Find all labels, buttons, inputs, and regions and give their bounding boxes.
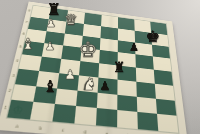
black-rook-f4[interactable]: ♜ bbox=[113, 60, 126, 74]
black-bishop-b3[interactable]: ♝ bbox=[43, 79, 57, 95]
white-pawn-c4[interactable]: ♟ bbox=[64, 68, 76, 81]
white-pawn-b7[interactable]: ♟ bbox=[46, 18, 56, 29]
photo-background: abcdefgh 87654321 ♔ ♜♟♛♝♟♚♟♚♜♟♞♟♝ bbox=[0, 0, 200, 134]
white-knight-d3[interactable]: ♞ bbox=[81, 76, 96, 93]
white-pawn-b5[interactable]: ♟ bbox=[45, 41, 55, 52]
black-king-h6[interactable]: ♚ bbox=[146, 29, 160, 45]
black-pawn-g5[interactable]: ♟ bbox=[129, 42, 139, 53]
white-king-d5[interactable]: ♚ bbox=[79, 40, 98, 61]
black-pawn-e3[interactable]: ♟ bbox=[100, 80, 111, 92]
pieces-layer: ♜♟♛♝♟♚♟♚♜♟♞♟♝ bbox=[0, 0, 200, 134]
white-queen-c7[interactable]: ♛ bbox=[64, 13, 77, 28]
white-bishop-a5[interactable]: ♝ bbox=[21, 37, 34, 52]
